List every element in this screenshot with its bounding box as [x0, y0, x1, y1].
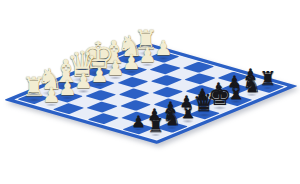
black-pawn-a7[interactable]: ♟: [131, 114, 145, 130]
white-pawn-f2[interactable]: ♟: [122, 52, 140, 72]
pieces-layer: ♜♞♝♛♚♝♞♜♟♟♟♟♟♟♟♟♟♟♟♟♟♟♟♟♜♞♝♛♚♝♞♜: [0, 0, 300, 184]
black-knight-b8[interactable]: ♞: [163, 108, 182, 129]
black-rook-h8[interactable]: ♜: [259, 70, 276, 89]
white-pawn-b2[interactable]: ♟: [58, 78, 76, 98]
chess-set-photo: ♜♞♝♛♚♝♞♜♟♟♟♟♟♟♟♟♟♟♟♟♟♟♟♟♜♞♝♛♚♝♞♜: [0, 0, 300, 184]
white-pawn-c2[interactable]: ♟: [74, 72, 92, 92]
white-pawn-a2[interactable]: ♟: [42, 85, 60, 105]
white-pawn-g2[interactable]: ♟: [138, 45, 156, 65]
white-pawn-h2[interactable]: ♟: [154, 39, 172, 59]
white-pawn-e2[interactable]: ♟: [106, 58, 124, 78]
black-rook-a8[interactable]: ♜: [147, 116, 164, 135]
white-pawn-d2[interactable]: ♟: [90, 65, 108, 85]
